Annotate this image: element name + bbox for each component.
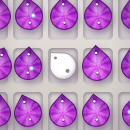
sew-hole — [54, 56, 58, 60]
sew-hole — [95, 71, 99, 75]
tray-compartment-r2c2 — [13, 48, 43, 84]
sew-hole — [22, 100, 26, 104]
gem-position — [50, 2, 78, 30]
sew-hole — [95, 3, 99, 7]
gem-position — [14, 99, 42, 127]
gem-position — [82, 51, 112, 81]
sew-hole — [92, 100, 96, 104]
gem-position — [0, 99, 11, 127]
sew-hole — [66, 69, 70, 73]
sew-hole — [0, 53, 4, 57]
tray-compartment-r3c5 — [118, 92, 130, 130]
ab-sparkle-highlight — [29, 11, 37, 19]
gem-position — [82, 99, 110, 127]
sew-hole — [26, 71, 30, 75]
sew-hole — [61, 3, 65, 7]
gem-position — [121, 2, 130, 30]
rhinestone-teardrop-purple — [76, 93, 115, 130]
rhinestone-teardrop-purple — [116, 94, 130, 130]
rhinestone-teardrop-purple — [78, 0, 117, 36]
rhinestone-teardrop-purple — [9, 94, 47, 130]
sew-hole — [95, 118, 99, 122]
tray-compartment-r2c3 — [48, 48, 78, 84]
tray-compartment-r1c3 — [48, 0, 78, 40]
tray-compartment-r1c5 — [118, 0, 130, 40]
rhinestone-teardrop-purple — [8, 46, 48, 86]
gem-position — [122, 100, 130, 128]
gem-position — [14, 52, 42, 80]
gem-position — [50, 53, 77, 80]
tray-compartment-r1c4 — [83, 0, 113, 40]
gem-position — [121, 52, 130, 80]
sew-hole — [0, 100, 1, 104]
tray-compartment-r2c4 — [83, 48, 113, 84]
rhinestone-teardrop-flipped-white — [49, 52, 77, 80]
tray-compartment-r2c1 — [0, 48, 8, 84]
rhinestone-teardrop-purple — [43, 93, 83, 130]
gem-position — [0, 2, 11, 30]
rhinestone-teardrop-purple — [9, 0, 48, 36]
sew-hole — [62, 21, 66, 25]
sew-hole — [60, 99, 64, 103]
tray-compartment-r3c3 — [48, 92, 78, 130]
tray-compartment-r3c4 — [83, 92, 113, 130]
tray-compartment-r1c2 — [13, 0, 43, 40]
sew-hole — [97, 21, 101, 25]
tray-compartment-r2c5 — [118, 48, 130, 84]
gem-position — [49, 99, 77, 127]
sew-hole — [94, 52, 98, 56]
gem-position — [0, 52, 12, 80]
sew-hole — [28, 21, 32, 25]
rhinestone-teardrop-purple — [76, 45, 118, 87]
storage-tray — [0, 0, 130, 130]
rhinestone-teardrop-purple — [116, 47, 130, 86]
sew-hole — [28, 118, 32, 122]
rhinestone-tray-photo: Overhead photo of purple AB teardrop sew… — [0, 0, 130, 130]
sew-hole — [61, 118, 65, 122]
tray-compartment-r1c1 — [0, 0, 8, 40]
gem-position — [84, 2, 112, 30]
tray-compartment-r3c1 — [0, 92, 8, 130]
sew-hole — [26, 52, 30, 56]
sew-hole — [26, 3, 30, 7]
gem-position — [15, 2, 43, 30]
rhinestone-teardrop-purple — [44, 0, 84, 36]
rhinestone-teardrop-purple — [116, 0, 130, 35]
ab-sparkle-highlight — [126, 107, 130, 115]
tray-compartment-r3c2 — [13, 92, 43, 130]
